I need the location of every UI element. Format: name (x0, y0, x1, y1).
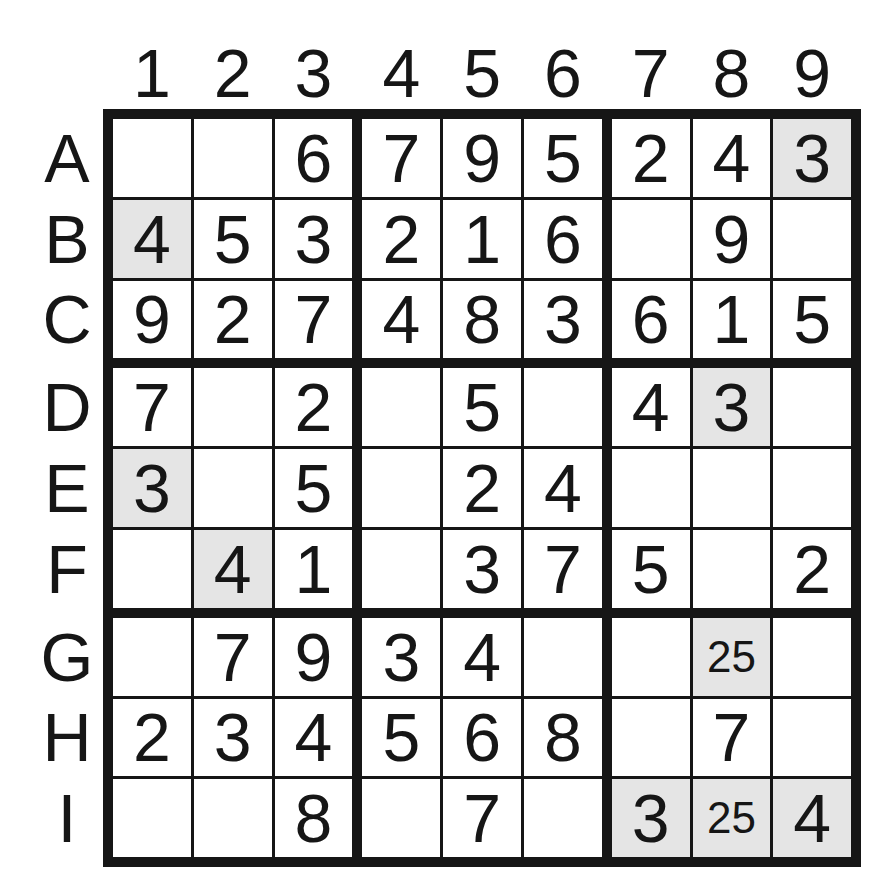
row-label-I: I (30, 779, 104, 857)
cell-C8[interactable]: 1 (693, 281, 771, 359)
cell-B9[interactable] (773, 200, 851, 278)
cell-A1[interactable] (113, 119, 191, 197)
column-label-5: 5 (443, 30, 521, 116)
cell-G3[interactable]: 9 (275, 618, 353, 696)
cell-H4[interactable]: 5 (362, 699, 440, 777)
cell-B1[interactable]: 4 (113, 200, 191, 278)
cell-I5[interactable]: 7 (443, 779, 521, 857)
column-label-8: 8 (693, 30, 771, 116)
column-label-9: 9 (773, 30, 851, 116)
cell-H3[interactable]: 4 (275, 699, 353, 777)
cell-F4[interactable] (362, 530, 440, 608)
cell-G5[interactable]: 4 (443, 618, 521, 696)
cell-I2[interactable] (194, 779, 272, 857)
cell-B2[interactable]: 5 (194, 200, 272, 278)
cell-G9[interactable] (773, 618, 851, 696)
cell-G8[interactable]: 25 (693, 618, 771, 696)
cell-E7[interactable] (612, 449, 690, 527)
cell-F6[interactable]: 7 (524, 530, 602, 608)
cell-H6[interactable]: 8 (524, 699, 602, 777)
cell-B6[interactable]: 6 (524, 200, 602, 278)
cell-G4[interactable]: 3 (362, 618, 440, 696)
cell-E1[interactable]: 3 (113, 449, 191, 527)
cell-E6[interactable]: 4 (524, 449, 602, 527)
cell-A3[interactable]: 6 (275, 119, 353, 197)
cell-H1[interactable]: 2 (113, 699, 191, 777)
cell-F2[interactable]: 4 (194, 530, 272, 608)
cell-C5[interactable]: 8 (443, 281, 521, 359)
column-label-7: 7 (612, 30, 690, 116)
cell-D5[interactable]: 5 (443, 368, 521, 446)
cell-I1[interactable] (113, 779, 191, 857)
cell-H7[interactable] (612, 699, 690, 777)
cell-C9[interactable]: 5 (773, 281, 851, 359)
cell-B8[interactable]: 9 (693, 200, 771, 278)
row-label-H: H (30, 699, 104, 777)
column-label-3: 3 (275, 30, 353, 116)
cell-C4[interactable]: 4 (362, 281, 440, 359)
cell-F7[interactable]: 5 (612, 530, 690, 608)
cell-E3[interactable]: 5 (275, 449, 353, 527)
cell-G6[interactable] (524, 618, 602, 696)
cell-D7[interactable]: 4 (612, 368, 690, 446)
cell-E5[interactable]: 2 (443, 449, 521, 527)
cell-H5[interactable]: 6 (443, 699, 521, 777)
cell-A5[interactable]: 9 (443, 119, 521, 197)
cell-I9[interactable]: 4 (773, 779, 851, 857)
row-labels: ABCDEFGHI (30, 119, 104, 857)
cell-F1[interactable] (113, 530, 191, 608)
row-label-D: D (30, 368, 104, 446)
cell-D3[interactable]: 2 (275, 368, 353, 446)
cell-I4[interactable] (362, 779, 440, 857)
row-label-B: B (30, 200, 104, 278)
cell-F3[interactable]: 1 (275, 530, 353, 608)
cell-D6[interactable] (524, 368, 602, 446)
cell-I6[interactable] (524, 779, 602, 857)
sudoku-board: 6795243453216992748361572543352441375279… (103, 109, 861, 867)
cell-E8[interactable] (693, 449, 771, 527)
cell-E4[interactable] (362, 449, 440, 527)
cell-E2[interactable] (194, 449, 272, 527)
row-label-A: A (30, 119, 104, 197)
cell-A2[interactable] (194, 119, 272, 197)
column-label-6: 6 (524, 30, 602, 116)
cell-F8[interactable] (693, 530, 771, 608)
column-label-4: 4 (362, 30, 440, 116)
cell-B4[interactable]: 2 (362, 200, 440, 278)
cell-A7[interactable]: 2 (612, 119, 690, 197)
cell-F5[interactable]: 3 (443, 530, 521, 608)
cell-B7[interactable] (612, 200, 690, 278)
cell-G2[interactable]: 7 (194, 618, 272, 696)
row-label-F: F (30, 530, 104, 608)
cell-B5[interactable]: 1 (443, 200, 521, 278)
row-label-E: E (30, 449, 104, 527)
sudoku-puzzle: 123456789 ABCDEFGHI 67952434532169927483… (0, 0, 889, 877)
cell-G7[interactable] (612, 618, 690, 696)
row-label-G: G (30, 618, 104, 696)
column-label-2: 2 (194, 30, 272, 116)
cell-B3[interactable]: 3 (275, 200, 353, 278)
cell-D1[interactable]: 7 (113, 368, 191, 446)
cell-I3[interactable]: 8 (275, 779, 353, 857)
cell-C6[interactable]: 3 (524, 281, 602, 359)
cell-I8[interactable]: 25 (693, 779, 771, 857)
cell-A9[interactable]: 3 (773, 119, 851, 197)
cell-C2[interactable]: 2 (194, 281, 272, 359)
cell-H2[interactable]: 3 (194, 699, 272, 777)
cell-I7[interactable]: 3 (612, 779, 690, 857)
cell-D9[interactable] (773, 368, 851, 446)
cell-A6[interactable]: 5 (524, 119, 602, 197)
cell-A4[interactable]: 7 (362, 119, 440, 197)
cell-C3[interactable]: 7 (275, 281, 353, 359)
cell-D4[interactable] (362, 368, 440, 446)
cell-D2[interactable] (194, 368, 272, 446)
cell-A8[interactable]: 4 (693, 119, 771, 197)
cell-E9[interactable] (773, 449, 851, 527)
column-label-1: 1 (113, 30, 191, 116)
column-labels: 123456789 (113, 30, 851, 116)
cell-H8[interactable]: 7 (693, 699, 771, 777)
cell-H9[interactable] (773, 699, 851, 777)
cell-D8[interactable]: 3 (693, 368, 771, 446)
cell-G1[interactable] (113, 618, 191, 696)
cell-C1[interactable]: 9 (113, 281, 191, 359)
cell-C7[interactable]: 6 (612, 281, 690, 359)
row-label-C: C (30, 281, 104, 359)
cell-F9[interactable]: 2 (773, 530, 851, 608)
